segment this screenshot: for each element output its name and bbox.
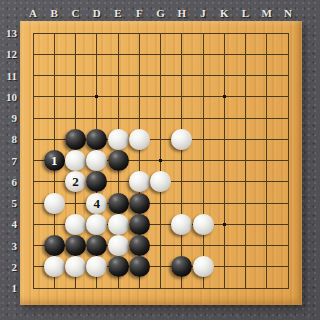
column-label: L xyxy=(237,7,255,19)
stone-white-D5[interactable]: 4 xyxy=(86,193,107,214)
row-label: 3 xyxy=(1,240,17,252)
row-label: 2 xyxy=(1,261,17,273)
star-point xyxy=(223,95,226,98)
column-label: F xyxy=(130,7,148,19)
row-label: 8 xyxy=(1,133,17,145)
grid-line-vertical xyxy=(266,33,267,289)
row-label: 12 xyxy=(1,48,17,60)
row-label: 6 xyxy=(1,176,17,188)
stone-black-F5[interactable] xyxy=(129,193,150,214)
star-point xyxy=(95,95,98,98)
row-label: 4 xyxy=(1,218,17,230)
grid-line-vertical xyxy=(288,33,289,289)
stone-black-B7[interactable]: 1 xyxy=(44,150,65,171)
grid-line-horizontal xyxy=(33,288,289,289)
stone-black-F4[interactable] xyxy=(129,214,150,235)
stone-black-C3[interactable] xyxy=(65,235,86,256)
column-label: E xyxy=(109,7,127,19)
stone-black-F3[interactable] xyxy=(129,235,150,256)
column-label: N xyxy=(279,7,297,19)
stone-white-C7[interactable] xyxy=(65,150,86,171)
stone-white-D4[interactable] xyxy=(86,214,107,235)
column-label: A xyxy=(24,7,42,19)
stone-white-J4[interactable] xyxy=(193,214,214,235)
row-label: 9 xyxy=(1,112,17,124)
stone-white-B5[interactable] xyxy=(44,193,65,214)
grid-line-horizontal xyxy=(33,203,289,204)
row-label: 11 xyxy=(1,70,17,82)
stone-white-F8[interactable] xyxy=(129,129,150,150)
stone-white-F6[interactable] xyxy=(129,171,150,192)
column-label: G xyxy=(152,7,170,19)
column-label: J xyxy=(194,7,212,19)
stone-black-F2[interactable] xyxy=(129,256,150,277)
stone-black-E5[interactable] xyxy=(108,193,129,214)
stone-white-H4[interactable] xyxy=(171,214,192,235)
stone-black-E2[interactable] xyxy=(108,256,129,277)
stone-white-E8[interactable] xyxy=(108,129,129,150)
grid-line-vertical xyxy=(181,33,182,289)
stone-black-E7[interactable] xyxy=(108,150,129,171)
column-label: K xyxy=(215,7,233,19)
grid-line-vertical xyxy=(245,33,246,289)
row-label: 10 xyxy=(1,91,17,103)
move-number-label: 1 xyxy=(51,154,58,167)
stone-white-H8[interactable] xyxy=(171,129,192,150)
stone-white-J2[interactable] xyxy=(193,256,214,277)
grid-line-vertical xyxy=(203,33,204,289)
row-label: 13 xyxy=(1,27,17,39)
row-label: 5 xyxy=(1,197,17,209)
stone-white-C4[interactable] xyxy=(65,214,86,235)
column-label: M xyxy=(258,7,276,19)
stone-black-C8[interactable] xyxy=(65,129,86,150)
stone-white-E4[interactable] xyxy=(108,214,129,235)
column-label: C xyxy=(67,7,85,19)
column-label: H xyxy=(173,7,191,19)
row-label: 1 xyxy=(1,282,17,294)
stone-white-B2[interactable] xyxy=(44,256,65,277)
move-number-label: 2 xyxy=(72,175,79,188)
move-number-label: 4 xyxy=(94,197,101,210)
stone-black-B3[interactable] xyxy=(44,235,65,256)
column-label: D xyxy=(88,7,106,19)
row-label: 7 xyxy=(1,155,17,167)
star-point xyxy=(223,223,226,226)
stone-white-E3[interactable] xyxy=(108,235,129,256)
stone-black-D8[interactable] xyxy=(86,129,107,150)
grid-line-vertical xyxy=(224,33,225,289)
star-point xyxy=(159,159,162,162)
go-board-app: ABCDEFGHJKLMN13121110987654321124 xyxy=(0,0,320,320)
column-label: B xyxy=(45,7,63,19)
